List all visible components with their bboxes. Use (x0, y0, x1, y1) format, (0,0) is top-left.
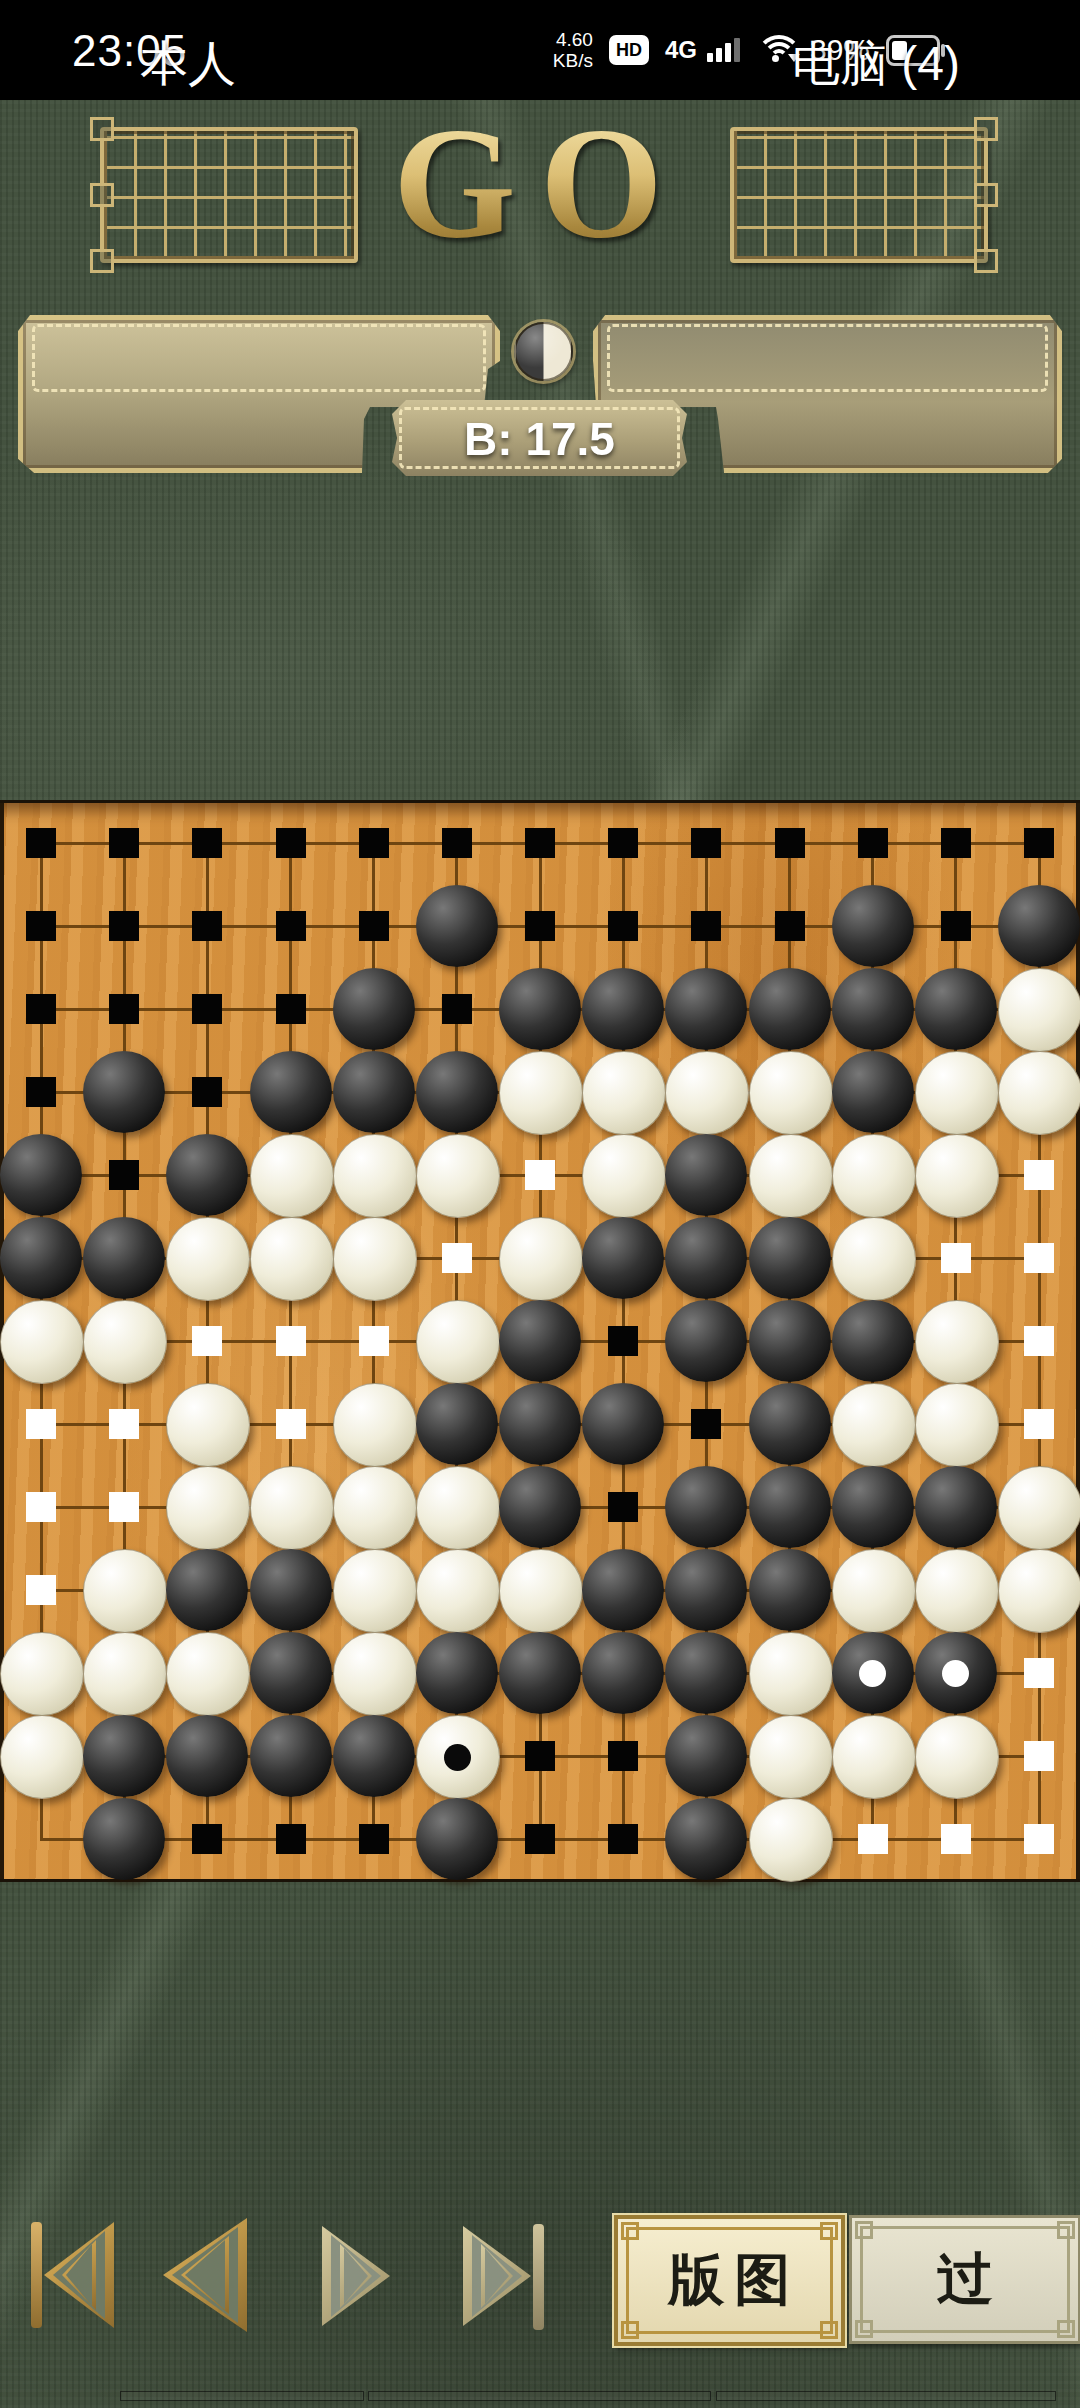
black-stone-8-10[interactable] (749, 1383, 831, 1465)
white-stone-11-5[interactable] (333, 1632, 417, 1716)
white-stone-5-11[interactable] (832, 1134, 916, 1218)
white-territory-marker-13-11[interactable] (858, 1824, 888, 1854)
black-stone-4-11[interactable] (832, 1051, 914, 1133)
black-territory-marker-1-9[interactable] (691, 828, 721, 858)
gesture-hint-segment (368, 2391, 711, 2401)
white-stone-5-6[interactable] (416, 1134, 500, 1218)
white-stone-6-4[interactable] (250, 1217, 334, 1301)
white-stone-9-6[interactable] (416, 1466, 500, 1550)
white-stone-4-8[interactable] (582, 1051, 666, 1135)
white-stone-11-10[interactable] (749, 1632, 833, 1716)
black-territory-marker-1-10[interactable] (775, 828, 805, 858)
black-stone-4-6[interactable] (416, 1051, 498, 1133)
black-stone-9-7[interactable] (499, 1466, 581, 1548)
white-stone-10-11[interactable] (832, 1549, 916, 1633)
white-territory-marker-13-13[interactable] (1024, 1824, 1054, 1854)
white-stone-11-1[interactable] (0, 1632, 84, 1716)
black-stone-3-9[interactable] (665, 968, 747, 1050)
black-territory-marker-2-9[interactable] (691, 911, 721, 941)
black-stone-13-6[interactable] (416, 1798, 498, 1880)
gesture-hint-segment (716, 2391, 1056, 2401)
white-stone-7-12[interactable] (915, 1300, 999, 1384)
pass-button-label: 过 (927, 2242, 1003, 2318)
black-territory-marker-2-8[interactable] (608, 911, 638, 941)
network-speed-value: 4.60 (553, 29, 593, 50)
black-territory-marker-2-4[interactable] (276, 911, 306, 941)
black-stone-11-11[interactable] (832, 1632, 914, 1714)
dead-stone-marker (859, 1660, 886, 1687)
white-stone-10-2[interactable] (83, 1549, 167, 1633)
black-stone-7-7[interactable] (499, 1300, 581, 1382)
black-stone-11-9[interactable] (665, 1632, 747, 1714)
black-stone-11-4[interactable] (250, 1632, 332, 1714)
black-territory-marker-2-7[interactable] (525, 911, 555, 941)
go-board[interactable] (0, 800, 1080, 1882)
white-territory-marker-9-1[interactable] (26, 1492, 56, 1522)
white-territory-marker-11-13[interactable] (1024, 1658, 1054, 1688)
white-stone-5-5[interactable] (333, 1134, 417, 1218)
black-stone-12-5[interactable] (333, 1715, 415, 1797)
app-screen: 23:05 4.60 KB/s HD 4G 39% GO 本 (0, 0, 1080, 2408)
white-stone-10-12[interactable] (915, 1549, 999, 1633)
black-territory-marker-1-6[interactable] (442, 828, 472, 858)
network-type-label: 4G (665, 36, 697, 64)
black-territory-marker-2-12[interactable] (941, 911, 971, 941)
white-territory-marker-9-2[interactable] (109, 1492, 139, 1522)
black-stone-4-4[interactable] (250, 1051, 332, 1133)
white-territory-marker-6-12[interactable] (941, 1243, 971, 1273)
black-stone-11-8[interactable] (582, 1632, 664, 1714)
white-stone-12-12[interactable] (915, 1715, 999, 1799)
white-stone-6-3[interactable] (166, 1217, 250, 1301)
white-territory-marker-7-3[interactable] (192, 1326, 222, 1356)
white-stone-12-1[interactable] (0, 1715, 84, 1799)
black-stone-3-7[interactable] (499, 968, 581, 1050)
black-territory-marker-7-8[interactable] (608, 1326, 638, 1356)
black-stone-8-7[interactable] (499, 1383, 581, 1465)
white-territory-marker-8-1[interactable] (26, 1409, 56, 1439)
white-stone-11-2[interactable] (83, 1632, 167, 1716)
black-stone-3-12[interactable] (915, 968, 997, 1050)
dead-stone-marker (444, 1744, 471, 1771)
black-territory-marker-12-7[interactable] (525, 1741, 555, 1771)
white-territory-marker-5-13[interactable] (1024, 1160, 1054, 1190)
black-territory-marker-9-8[interactable] (608, 1492, 638, 1522)
white-stone-12-10[interactable] (749, 1715, 833, 1799)
white-stone-10-13[interactable] (998, 1549, 1080, 1633)
black-stone-10-4[interactable] (250, 1549, 332, 1631)
black-stone-3-8[interactable] (582, 968, 664, 1050)
black-territory-marker-2-2[interactable] (109, 911, 139, 941)
white-stone-10-7[interactable] (499, 1549, 583, 1633)
black-stone-9-12[interactable] (915, 1466, 997, 1548)
black-stone-8-6[interactable] (416, 1383, 498, 1465)
black-stone-7-9[interactable] (665, 1300, 747, 1382)
black-stone-5-3[interactable] (166, 1134, 248, 1216)
white-territory-marker-12-13[interactable] (1024, 1741, 1054, 1771)
black-territory-marker-1-8[interactable] (608, 828, 638, 858)
black-territory-marker-1-3[interactable] (192, 828, 222, 858)
black-territory-marker-2-5[interactable] (359, 911, 389, 941)
black-stone-2-11[interactable] (832, 885, 914, 967)
white-stone-10-5[interactable] (333, 1549, 417, 1633)
previous-move-button[interactable] (163, 2218, 247, 2332)
white-stone-4-10[interactable] (749, 1051, 833, 1135)
title-lattice-right-decoration (730, 127, 988, 263)
black-territory-marker-3-3[interactable] (192, 994, 222, 1024)
half-black-half-white-stone-icon (514, 322, 573, 381)
black-territory-marker-1-11[interactable] (858, 828, 888, 858)
white-stone-9-3[interactable] (166, 1466, 250, 1550)
black-stone-5-1[interactable] (0, 1134, 82, 1216)
black-territory-marker-1-4[interactable] (276, 828, 306, 858)
white-territory-marker-7-13[interactable] (1024, 1326, 1054, 1356)
black-territory-marker-2-10[interactable] (775, 911, 805, 941)
white-stone-8-3[interactable] (166, 1383, 250, 1467)
white-territory-marker-13-12[interactable] (941, 1824, 971, 1854)
white-stone-7-6[interactable] (416, 1300, 500, 1384)
black-stone-3-10[interactable] (749, 968, 831, 1050)
white-stone-9-4[interactable] (250, 1466, 334, 1550)
white-territory-marker-10-1[interactable] (26, 1575, 56, 1605)
white-stone-7-1[interactable] (0, 1300, 84, 1384)
white-stone-13-10[interactable] (749, 1798, 833, 1882)
white-stone-6-7[interactable] (499, 1217, 583, 1301)
white-stone-8-12[interactable] (915, 1383, 999, 1467)
white-stone-3-13[interactable] (998, 968, 1080, 1052)
black-territory-marker-1-1[interactable] (26, 828, 56, 858)
white-stone-5-10[interactable] (749, 1134, 833, 1218)
black-stone-6-2[interactable] (83, 1217, 165, 1299)
title-lattice-left-decoration (100, 127, 358, 263)
black-stone-3-11[interactable] (832, 968, 914, 1050)
black-stone-6-8[interactable] (582, 1217, 664, 1299)
black-stone-4-2[interactable] (83, 1051, 165, 1133)
black-stone-8-8[interactable] (582, 1383, 664, 1465)
black-territory-marker-13-3[interactable] (192, 1824, 222, 1854)
skip-to-start-icon (44, 2222, 114, 2328)
white-stone-7-2[interactable] (83, 1300, 167, 1384)
white-stone-4-7[interactable] (499, 1051, 583, 1135)
black-stone-5-9[interactable] (665, 1134, 747, 1216)
black-stone-3-5[interactable] (333, 968, 415, 1050)
white-territory-marker-8-4[interactable] (276, 1409, 306, 1439)
page-title: GO (393, 104, 687, 262)
black-stone-2-6[interactable] (416, 885, 498, 967)
black-territory-marker-13-5[interactable] (359, 1824, 389, 1854)
white-stone-4-12[interactable] (915, 1051, 999, 1135)
white-territory-marker-8-13[interactable] (1024, 1409, 1054, 1439)
white-stone-9-5[interactable] (333, 1466, 417, 1550)
black-territory-marker-1-2[interactable] (109, 828, 139, 858)
black-territory-marker-2-3[interactable] (192, 911, 222, 941)
white-territory-marker-8-2[interactable] (109, 1409, 139, 1439)
black-territory-marker-1-12[interactable] (941, 828, 971, 858)
black-stone-10-3[interactable] (166, 1549, 248, 1631)
black-stone-7-10[interactable] (749, 1300, 831, 1382)
black-territory-marker-1-5[interactable] (359, 828, 389, 858)
black-player-name: 本人 (140, 32, 236, 96)
black-stone-10-9[interactable] (665, 1549, 747, 1631)
score-plate: B: 17.5 (392, 400, 687, 476)
black-territory-marker-2-1[interactable] (26, 911, 56, 941)
black-stone-9-9[interactable] (665, 1466, 747, 1548)
white-stone-12-11[interactable] (832, 1715, 916, 1799)
black-territory-marker-3-6[interactable] (442, 994, 472, 1024)
black-stone-11-12[interactable] (915, 1632, 997, 1714)
white-stone-9-13[interactable] (998, 1466, 1080, 1550)
black-territory-marker-13-4[interactable] (276, 1824, 306, 1854)
black-stone-6-9[interactable] (665, 1217, 747, 1299)
black-stone-12-4[interactable] (250, 1715, 332, 1797)
black-stone-6-10[interactable] (749, 1217, 831, 1299)
white-stone-5-8[interactable] (582, 1134, 666, 1218)
black-territory-marker-3-4[interactable] (276, 994, 306, 1024)
black-territory-marker-5-2[interactable] (109, 1160, 139, 1190)
network-speed: 4.60 KB/s (553, 29, 593, 71)
next-move-button[interactable] (322, 2226, 390, 2326)
black-stone-12-3[interactable] (166, 1715, 248, 1797)
white-territory-marker-6-13[interactable] (1024, 1243, 1054, 1273)
black-territory-marker-4-3[interactable] (192, 1077, 222, 1107)
black-territory-marker-1-13[interactable] (1024, 828, 1054, 858)
black-stone-10-8[interactable] (582, 1549, 664, 1631)
black-stone-7-11[interactable] (832, 1300, 914, 1382)
white-stone-4-13[interactable] (998, 1051, 1080, 1135)
black-stone-13-9[interactable] (665, 1798, 747, 1880)
black-territory-marker-1-7[interactable] (525, 828, 555, 858)
white-stone-5-12[interactable] (915, 1134, 999, 1218)
black-stone-2-13[interactable] (998, 885, 1080, 967)
white-stone-10-6[interactable] (416, 1549, 500, 1633)
white-stone-4-9[interactable] (665, 1051, 749, 1135)
white-stone-8-11[interactable] (832, 1383, 916, 1467)
black-territory-marker-13-8[interactable] (608, 1824, 638, 1854)
black-territory-marker-3-2[interactable] (109, 994, 139, 1024)
territory-map-button[interactable]: 版图 (614, 2215, 845, 2346)
white-player-name: 电脑 (4) (792, 32, 960, 96)
white-territory-marker-7-4[interactable] (276, 1326, 306, 1356)
gesture-hint-segment (120, 2391, 364, 2401)
black-stone-9-11[interactable] (832, 1466, 914, 1548)
signal-bars-icon (707, 38, 740, 62)
white-stone-8-5[interactable] (333, 1383, 417, 1467)
white-stone-12-6[interactable] (416, 1715, 500, 1799)
black-stone-12-2[interactable] (83, 1715, 165, 1797)
black-stone-11-6[interactable] (416, 1632, 498, 1714)
black-stone-10-10[interactable] (749, 1549, 831, 1631)
network-speed-unit: KB/s (553, 50, 593, 71)
black-stone-9-10[interactable] (749, 1466, 831, 1548)
white-territory-marker-7-5[interactable] (359, 1326, 389, 1356)
pass-button[interactable]: 过 (849, 2215, 1080, 2344)
black-stone-4-5[interactable] (333, 1051, 415, 1133)
white-stone-6-5[interactable] (333, 1217, 417, 1301)
dead-stone-marker (942, 1660, 969, 1687)
black-territory-marker-13-7[interactable] (525, 1824, 555, 1854)
black-stone-13-2[interactable] (83, 1798, 165, 1880)
hd-badge-icon: HD (609, 35, 649, 65)
territory-map-button-label: 版图 (659, 2243, 801, 2319)
score-value: B: 17.5 (392, 412, 687, 466)
white-territory-marker-6-6[interactable] (442, 1243, 472, 1273)
wifi-icon (756, 35, 794, 65)
skip-to-end-icon (463, 2226, 531, 2326)
black-territory-marker-12-8[interactable] (608, 1741, 638, 1771)
black-stone-6-1[interactable] (0, 1217, 82, 1299)
black-territory-marker-8-9[interactable] (691, 1409, 721, 1439)
black-stone-11-7[interactable] (499, 1632, 581, 1714)
black-territory-marker-4-1[interactable] (26, 1077, 56, 1107)
black-stone-12-9[interactable] (665, 1715, 747, 1797)
black-territory-marker-3-1[interactable] (26, 994, 56, 1024)
white-stone-11-3[interactable] (166, 1632, 250, 1716)
white-territory-marker-5-7[interactable] (525, 1160, 555, 1190)
white-stone-6-11[interactable] (832, 1217, 916, 1301)
white-stone-5-4[interactable] (250, 1134, 334, 1218)
